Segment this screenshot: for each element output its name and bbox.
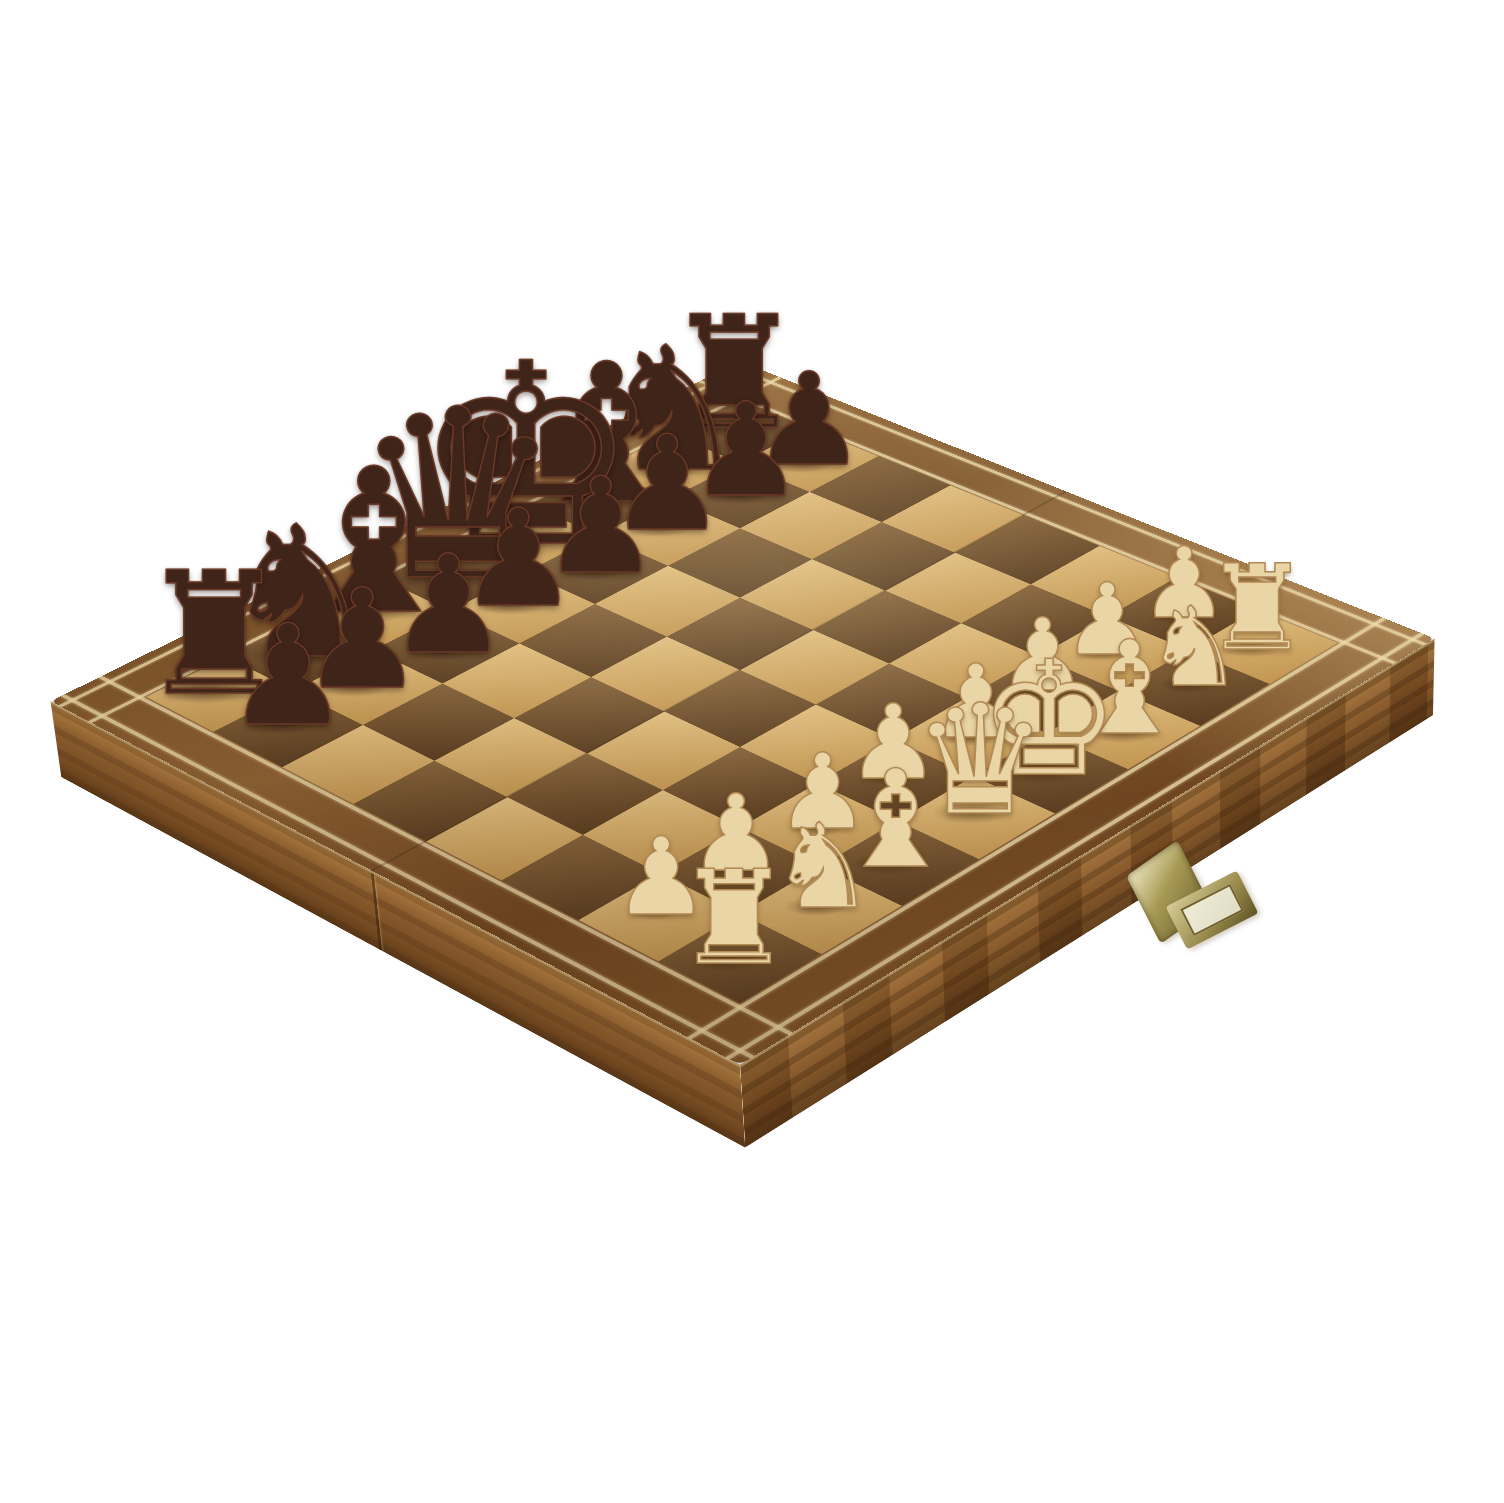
square-e1 — [973, 733, 1129, 814]
square-d4 — [665, 670, 816, 747]
scene-3d — [0, 0, 1504, 1503]
square-d2 — [818, 740, 973, 821]
square-a1 — [658, 913, 822, 1004]
square-a7 — [213, 690, 363, 767]
square-a6 — [282, 725, 434, 804]
square-c5 — [514, 677, 665, 754]
square-b3 — [583, 790, 740, 873]
square-d1 — [897, 776, 1055, 859]
square-c4 — [587, 711, 740, 790]
product-photo-canvas: ♜♟♟♜♞♟♟♞♝♟♟♝♚♟♟♚♛♟♟♛♝♟♟♝♞♟♟♞♜♟♟♜ — [0, 0, 1504, 1503]
brass-clasp-icon — [1118, 846, 1278, 971]
square-b6 — [363, 684, 513, 761]
square-b5 — [434, 718, 587, 797]
square-a2 — [578, 873, 740, 961]
square-c1 — [820, 820, 980, 905]
square-a5 — [353, 760, 508, 841]
square-b2 — [660, 828, 820, 914]
square-a4 — [426, 797, 583, 880]
square-b1 — [740, 866, 902, 954]
square-f2 — [967, 656, 1118, 732]
square-f1 — [1047, 691, 1201, 769]
square-c2 — [740, 783, 897, 866]
square-g1 — [1118, 650, 1270, 726]
square-c3 — [662, 747, 817, 828]
square-e3 — [816, 663, 967, 739]
fold-seam — [371, 873, 382, 951]
square-d3 — [740, 704, 893, 783]
square-e2 — [893, 698, 1046, 777]
square-b4 — [508, 753, 663, 834]
square-a3 — [501, 835, 660, 921]
